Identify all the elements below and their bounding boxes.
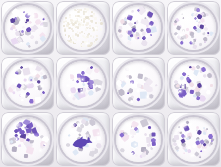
glitter-flake bbox=[197, 81, 201, 85]
glitter-flake bbox=[81, 45, 83, 47]
glitter-flake bbox=[80, 77, 86, 83]
sparkle-glint bbox=[28, 13, 30, 15]
glitter-flake bbox=[76, 15, 78, 17]
glitter-flake bbox=[88, 18, 90, 20]
glitter-flake bbox=[75, 135, 81, 141]
glitter-flake bbox=[31, 127, 39, 135]
glitter-flake bbox=[151, 19, 159, 27]
glitter-flake bbox=[90, 45, 92, 47]
glitter-flake bbox=[79, 32, 81, 34]
glitter-flake bbox=[171, 138, 177, 144]
glitter-flake bbox=[173, 82, 182, 91]
glitter-flake bbox=[128, 96, 134, 102]
glitter-flake bbox=[83, 36, 85, 38]
glitter-flake bbox=[196, 130, 202, 136]
rim-highlight bbox=[66, 9, 78, 17]
glitter-jar-r1c2 bbox=[55, 0, 110, 56]
glitter-flake bbox=[127, 90, 131, 94]
glitter-flake bbox=[88, 40, 90, 42]
glitter-flake bbox=[197, 94, 207, 104]
glitter-flake bbox=[209, 84, 212, 87]
glitter-pots-photo bbox=[0, 0, 221, 167]
glitter-flake bbox=[173, 32, 178, 37]
glitter-flake bbox=[195, 95, 201, 101]
glitter-flake bbox=[189, 65, 192, 68]
glitter-flake bbox=[145, 95, 149, 99]
glitter-flake bbox=[194, 12, 200, 18]
glitter-flake bbox=[78, 146, 84, 152]
glitter-flake bbox=[203, 128, 208, 133]
glitter-flake bbox=[86, 82, 90, 86]
glitter-flake bbox=[15, 30, 22, 37]
glitter-flake bbox=[29, 99, 34, 104]
glitter-flake bbox=[189, 31, 194, 36]
glitter-flake bbox=[186, 77, 190, 81]
glitter-flake bbox=[17, 29, 25, 37]
glitter-flake bbox=[120, 147, 126, 153]
glitter-flake bbox=[65, 21, 67, 23]
glitter-flake bbox=[188, 40, 193, 45]
jar-opening bbox=[171, 61, 216, 106]
glitter-flake bbox=[136, 36, 139, 39]
glitter-flake bbox=[9, 18, 15, 24]
glitter-flake bbox=[133, 127, 139, 133]
glitter-flake bbox=[140, 39, 149, 48]
glitter-flake bbox=[143, 40, 147, 44]
glitter-flake bbox=[140, 152, 146, 158]
glitter-flake bbox=[195, 141, 200, 146]
glitter-flake bbox=[87, 78, 94, 85]
glitter-flake bbox=[41, 76, 44, 79]
glitter-flake bbox=[77, 76, 82, 81]
glitter-flake bbox=[150, 33, 153, 36]
glitter-flake bbox=[86, 134, 92, 140]
glitter-flake bbox=[83, 80, 88, 85]
glitter-flake bbox=[192, 89, 197, 94]
glitter-flake bbox=[39, 32, 46, 39]
glitter-flake bbox=[133, 32, 142, 41]
glitter-flake bbox=[82, 73, 86, 77]
glitter-flake bbox=[83, 76, 91, 84]
glitter-flake bbox=[128, 31, 132, 35]
glitter-flake bbox=[15, 40, 20, 45]
glitter-flake bbox=[148, 141, 153, 146]
glitter-flake bbox=[68, 35, 70, 37]
glitter-flake bbox=[41, 134, 50, 143]
glitter-flake bbox=[94, 42, 96, 44]
glitter-flake bbox=[199, 27, 202, 30]
glitter-flake bbox=[67, 22, 69, 24]
sparkle-glint bbox=[186, 132, 188, 134]
glitter-flake bbox=[85, 30, 87, 32]
glitter-flake bbox=[89, 25, 91, 27]
glitter-flake bbox=[69, 16, 71, 18]
rim-highlight bbox=[11, 65, 23, 73]
glitter-flake bbox=[69, 23, 70, 24]
glitter-flake bbox=[119, 81, 127, 89]
glitter-flake bbox=[93, 13, 95, 15]
glitter-flake bbox=[186, 149, 192, 155]
glitter-flake bbox=[78, 23, 81, 26]
glitter-flake bbox=[81, 43, 83, 45]
glitter-flake bbox=[130, 99, 134, 103]
glitter-flake bbox=[9, 84, 17, 92]
glitter-flake bbox=[118, 26, 123, 31]
glitter-flake bbox=[201, 66, 208, 73]
glitter-flake bbox=[87, 22, 89, 24]
glitter-flake bbox=[134, 31, 141, 38]
glitter-flake bbox=[211, 140, 213, 142]
glitter-flake bbox=[147, 143, 150, 146]
sparkle-glint bbox=[81, 92, 83, 94]
glitter-flake bbox=[26, 19, 29, 22]
sparkle-glint bbox=[204, 86, 206, 88]
glitter-flake bbox=[131, 25, 136, 30]
glitter-flake bbox=[172, 21, 177, 26]
glitter-flake bbox=[196, 13, 204, 21]
glitter-flake bbox=[12, 18, 21, 27]
glitter-flake bbox=[202, 143, 206, 147]
glitter-flake bbox=[143, 16, 147, 20]
glitter-flake bbox=[28, 20, 32, 24]
glitter-flake bbox=[68, 27, 70, 29]
glitter-flake bbox=[81, 24, 83, 26]
glitter-flake bbox=[75, 10, 76, 11]
glitter-flake bbox=[126, 34, 134, 42]
rim-highlight bbox=[11, 121, 23, 129]
glitter-flake bbox=[77, 27, 79, 29]
glitter-flake bbox=[185, 88, 190, 93]
glitter-flake bbox=[85, 134, 90, 139]
glitter-flake bbox=[83, 10, 85, 12]
glitter-flake bbox=[26, 138, 32, 144]
glitter-jar-r3c2 bbox=[55, 111, 110, 167]
glitter-flake bbox=[84, 41, 86, 43]
glitter-flake bbox=[199, 17, 205, 23]
glitter-flake bbox=[71, 41, 73, 43]
glitter-flake bbox=[197, 128, 201, 132]
glitter-flake bbox=[88, 33, 90, 35]
glitter-flake bbox=[84, 33, 86, 35]
glitter-flake bbox=[136, 5, 146, 15]
glitter-flake bbox=[184, 125, 190, 131]
glitter-flake bbox=[16, 37, 22, 43]
glitter-flake bbox=[15, 136, 20, 141]
sparkle-glint bbox=[35, 84, 37, 86]
glitter-flake bbox=[121, 19, 128, 26]
glitter-flake bbox=[190, 12, 195, 17]
glitter-flake bbox=[142, 148, 150, 156]
sparkle-glint bbox=[67, 85, 69, 87]
glitter-flake bbox=[131, 121, 138, 128]
glitter-flake bbox=[181, 144, 188, 151]
glitter-flake bbox=[131, 141, 138, 148]
glitter-flake bbox=[86, 36, 89, 39]
glitter-flake bbox=[35, 41, 38, 44]
glitter-flake bbox=[202, 32, 206, 36]
glitter-flake bbox=[130, 144, 136, 150]
glitter-flake bbox=[195, 85, 201, 91]
glitter-jar-r3c1 bbox=[0, 111, 55, 167]
glitter-flake bbox=[87, 89, 95, 97]
glitter-flake bbox=[131, 134, 135, 138]
glitter-flake bbox=[140, 6, 146, 12]
glitter-flake bbox=[146, 136, 153, 143]
glitter-flake bbox=[83, 11, 85, 13]
sparkle-glint bbox=[179, 91, 181, 93]
glitter-flake bbox=[136, 89, 140, 93]
glitter-flake bbox=[77, 132, 81, 136]
glitter-flake bbox=[84, 92, 89, 97]
rim-highlight bbox=[177, 121, 189, 129]
sparkle-glint bbox=[78, 123, 80, 125]
glitter-flake bbox=[25, 82, 33, 90]
glitter-flake bbox=[28, 45, 32, 49]
glitter-flake bbox=[200, 149, 203, 152]
glitter-flake bbox=[91, 20, 93, 22]
glitter-flake bbox=[198, 154, 201, 157]
jar-opening bbox=[60, 117, 105, 162]
glitter-flake bbox=[90, 66, 94, 70]
glitter-flake bbox=[76, 18, 78, 20]
glitter-flake bbox=[140, 28, 144, 32]
glitter-flake bbox=[193, 39, 196, 42]
glitter-flake bbox=[144, 150, 149, 155]
glitter-flake bbox=[90, 15, 92, 17]
glitter-flake bbox=[186, 133, 192, 139]
glitter-flake bbox=[12, 78, 18, 84]
glitter-flake bbox=[74, 76, 79, 81]
glitter-flake bbox=[123, 17, 127, 21]
glitter-flake bbox=[130, 34, 134, 38]
jar-opening bbox=[116, 117, 161, 162]
glitter-flake bbox=[42, 145, 45, 148]
glitter-flake bbox=[18, 90, 27, 99]
glitter-flake bbox=[175, 84, 180, 89]
sparkle-glint bbox=[75, 19, 77, 21]
glitter-flake bbox=[24, 154, 28, 158]
sparkle-glint bbox=[146, 36, 148, 38]
sparkle-glint bbox=[131, 153, 133, 155]
glitter-flake bbox=[196, 143, 202, 149]
sparkle-glint bbox=[33, 15, 35, 17]
rim-highlight bbox=[177, 65, 189, 73]
jar-opening bbox=[171, 5, 216, 50]
glitter-flake bbox=[117, 84, 121, 88]
glitter-flake bbox=[13, 16, 17, 20]
glitter-flake bbox=[179, 90, 184, 95]
glitter-flake bbox=[121, 13, 127, 19]
glitter-flake bbox=[42, 17, 45, 20]
glitter-flake bbox=[187, 135, 191, 139]
sparkle-glint bbox=[180, 34, 182, 36]
glitter-flake bbox=[84, 76, 91, 83]
sparkle-glint bbox=[131, 83, 133, 85]
glitter-flake bbox=[41, 90, 45, 94]
glitter-flake bbox=[91, 12, 92, 13]
glitter-flake bbox=[81, 19, 83, 21]
glitter-flake bbox=[95, 26, 98, 29]
glitter-flake bbox=[196, 139, 200, 143]
glitter-jar-r3c4 bbox=[166, 111, 221, 167]
glitter-jar-grid bbox=[0, 0, 221, 167]
glitter-flake bbox=[20, 30, 23, 33]
glitter-flake bbox=[137, 83, 143, 89]
glitter-flake bbox=[24, 71, 30, 77]
glitter-flake bbox=[134, 20, 139, 25]
glitter-flake bbox=[82, 41, 84, 43]
glitter-flake bbox=[131, 82, 138, 89]
glitter-flake bbox=[90, 35, 92, 37]
glitter-flake bbox=[95, 27, 96, 28]
glitter-flake bbox=[28, 82, 36, 90]
glitter-flake bbox=[14, 70, 19, 75]
glitter-flake bbox=[95, 22, 97, 24]
glitter-flake bbox=[73, 38, 75, 40]
glitter-flake bbox=[176, 26, 181, 31]
rim-highlight bbox=[177, 9, 189, 17]
glitter-flake bbox=[73, 92, 79, 98]
glitter-flake bbox=[145, 27, 151, 33]
glitter-flake bbox=[199, 25, 204, 30]
glitter-flake bbox=[16, 123, 21, 128]
glitter-flake bbox=[204, 131, 209, 136]
glitter-flake bbox=[186, 75, 190, 79]
glitter-flake bbox=[72, 35, 74, 37]
glitter-flake bbox=[92, 16, 94, 18]
glitter-flake bbox=[119, 132, 124, 137]
glitter-flake bbox=[188, 146, 191, 149]
glitter-flake bbox=[118, 28, 124, 34]
glitter-flake bbox=[74, 90, 84, 100]
glitter-flake bbox=[203, 37, 209, 43]
glitter-flake bbox=[31, 74, 39, 82]
glitter-flake bbox=[70, 19, 72, 21]
sparkle-glint bbox=[40, 150, 42, 152]
sparkle-glint bbox=[147, 96, 149, 98]
glitter-flake bbox=[189, 77, 194, 82]
glitter-flake bbox=[72, 30, 74, 32]
glitter-flake bbox=[127, 14, 134, 21]
glitter-flake bbox=[8, 141, 13, 146]
glitter-flake bbox=[29, 76, 33, 80]
glitter-flake bbox=[199, 69, 204, 74]
glitter-flake bbox=[70, 37, 72, 39]
glitter-flake bbox=[85, 67, 93, 75]
glitter-flake bbox=[77, 74, 81, 78]
glitter-flake bbox=[192, 25, 197, 30]
glitter-flake bbox=[79, 91, 84, 96]
glitter-flake bbox=[193, 45, 198, 50]
glitter-flake bbox=[63, 21, 66, 24]
glitter-flake bbox=[130, 96, 134, 100]
sparkle-glint bbox=[149, 26, 151, 28]
glitter-flake bbox=[135, 154, 138, 157]
glitter-flake bbox=[204, 143, 210, 149]
glitter-flake bbox=[24, 78, 27, 81]
glitter-flake bbox=[39, 134, 44, 139]
glitter-jar-r1c4 bbox=[166, 0, 221, 56]
glitter-flake bbox=[43, 17, 47, 21]
jar-opening bbox=[5, 117, 50, 162]
glitter-flake bbox=[180, 90, 184, 94]
glitter-flake bbox=[76, 19, 78, 21]
glitter-flake bbox=[88, 150, 95, 157]
glitter-flake bbox=[139, 17, 149, 27]
glitter-flake bbox=[190, 31, 195, 36]
glitter-flake bbox=[21, 84, 28, 91]
glitter-flake bbox=[190, 31, 193, 34]
glitter-flake bbox=[181, 13, 184, 16]
sparkle-glint bbox=[126, 78, 128, 80]
glitter-flake bbox=[143, 85, 146, 88]
sparkle-glint bbox=[81, 89, 83, 91]
sparkle-glint bbox=[95, 27, 97, 29]
glitter-flake bbox=[116, 79, 123, 86]
glitter-flake bbox=[172, 141, 178, 147]
glitter-flake bbox=[35, 87, 38, 90]
glitter-flake bbox=[87, 34, 89, 36]
glitter-flake bbox=[131, 27, 137, 33]
glitter-flake bbox=[23, 139, 30, 146]
glitter-flake bbox=[39, 35, 47, 43]
glitter-flake bbox=[181, 17, 184, 20]
glitter-flake bbox=[194, 37, 198, 41]
rim-highlight bbox=[122, 65, 134, 73]
glitter-flake bbox=[93, 14, 95, 16]
glitter-flake bbox=[93, 36, 94, 37]
glitter-flake bbox=[68, 94, 72, 98]
glitter-flake bbox=[127, 87, 134, 94]
glitter-flake bbox=[39, 141, 45, 147]
glitter-flake bbox=[65, 34, 67, 36]
glitter-flake bbox=[69, 28, 71, 30]
glitter-flake bbox=[119, 19, 126, 26]
glitter-flake bbox=[199, 12, 203, 16]
glitter-flake bbox=[19, 94, 23, 98]
glitter-flake bbox=[70, 123, 75, 128]
sparkle-glint bbox=[98, 133, 100, 135]
glitter-flake bbox=[33, 131, 40, 138]
glitter-flake bbox=[181, 71, 187, 77]
glitter-flake bbox=[178, 126, 181, 129]
glitter-flake bbox=[17, 143, 22, 148]
glitter-flake bbox=[86, 22, 88, 24]
glitter-flake bbox=[72, 23, 75, 26]
glitter-flake bbox=[95, 83, 100, 88]
glitter-flake bbox=[12, 146, 17, 151]
glitter-flake bbox=[12, 8, 20, 16]
glitter-flake bbox=[16, 36, 23, 43]
glitter-flake bbox=[199, 67, 204, 72]
glitter-flake bbox=[76, 86, 84, 94]
sparkle-glint bbox=[86, 13, 88, 15]
glitter-flake bbox=[177, 88, 188, 99]
glitter-flake bbox=[15, 69, 22, 76]
glitter-flake bbox=[23, 125, 27, 129]
glitter-flake bbox=[177, 91, 185, 99]
glitter-flake bbox=[66, 143, 70, 147]
glitter-flake bbox=[198, 156, 202, 160]
glitter-flake bbox=[152, 133, 156, 137]
glitter-flake bbox=[63, 25, 65, 27]
glitter-flake bbox=[68, 133, 71, 136]
glitter-flake bbox=[40, 72, 44, 76]
glitter-flake bbox=[200, 26, 204, 30]
glitter-flake bbox=[69, 86, 77, 94]
glitter-flake bbox=[43, 143, 46, 146]
glitter-flake bbox=[206, 33, 210, 37]
